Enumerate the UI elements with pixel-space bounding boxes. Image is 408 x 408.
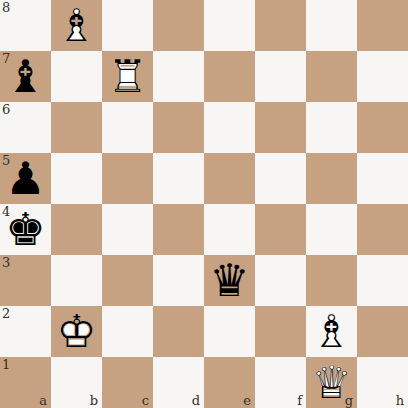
square-h8[interactable] (357, 0, 408, 51)
piece-white-king-b2[interactable]: ♚♔ (51, 306, 102, 357)
rank-label-1: 1 (2, 357, 10, 373)
square-b2[interactable]: ♚♔ (51, 306, 102, 357)
square-f2[interactable] (255, 306, 306, 357)
square-c8[interactable] (102, 0, 153, 51)
square-g6[interactable] (306, 102, 357, 153)
white-bishop-outline-icon: ♗ (51, 0, 102, 51)
square-d8[interactable] (153, 0, 204, 51)
square-g1[interactable]: g♛♕ (306, 357, 357, 408)
white-bishop-outline-icon: ♗ (306, 306, 357, 357)
file-label-e: e (243, 393, 251, 408)
square-h7[interactable] (357, 51, 408, 102)
square-b4[interactable] (51, 204, 102, 255)
square-c2[interactable] (102, 306, 153, 357)
square-a5[interactable]: 5♟ (0, 153, 51, 204)
square-g5[interactable] (306, 153, 357, 204)
black-queen-icon: ♛ (204, 255, 255, 306)
square-h2[interactable] (357, 306, 408, 357)
rank-label-5: 5 (2, 153, 10, 169)
square-f7[interactable] (255, 51, 306, 102)
square-e2[interactable] (204, 306, 255, 357)
square-h1[interactable]: h (357, 357, 408, 408)
piece-white-bishop-b8[interactable]: ♝♗ (51, 0, 102, 51)
square-f3[interactable] (255, 255, 306, 306)
file-label-f: f (297, 393, 302, 408)
square-a7[interactable]: 7♝ (0, 51, 51, 102)
square-e3[interactable]: ♛ (204, 255, 255, 306)
square-b8[interactable]: ♝♗ (51, 0, 102, 51)
rank-label-7: 7 (2, 51, 10, 67)
square-b7[interactable] (51, 51, 102, 102)
square-a1[interactable]: 1a (0, 357, 51, 408)
white-rook-outline-icon: ♖ (102, 51, 153, 102)
rank-label-6: 6 (2, 102, 10, 118)
white-king-outline-icon: ♔ (51, 306, 102, 357)
square-c1[interactable]: c (102, 357, 153, 408)
square-c6[interactable] (102, 102, 153, 153)
file-label-c: c (142, 393, 149, 408)
rank-label-3: 3 (2, 255, 10, 271)
piece-white-rook-c7[interactable]: ♜♖ (102, 51, 153, 102)
square-f1[interactable]: f (255, 357, 306, 408)
file-label-b: b (90, 393, 98, 408)
square-h3[interactable] (357, 255, 408, 306)
square-d7[interactable] (153, 51, 204, 102)
square-f8[interactable] (255, 0, 306, 51)
square-e6[interactable] (204, 102, 255, 153)
square-b5[interactable] (51, 153, 102, 204)
square-a8[interactable]: 8 (0, 0, 51, 51)
square-f4[interactable] (255, 204, 306, 255)
square-d1[interactable]: d (153, 357, 204, 408)
square-e7[interactable] (204, 51, 255, 102)
file-label-h: h (396, 393, 404, 408)
file-label-g: g (345, 393, 353, 408)
square-h5[interactable] (357, 153, 408, 204)
square-e1[interactable]: e (204, 357, 255, 408)
rank-label-8: 8 (2, 0, 10, 16)
square-c4[interactable] (102, 204, 153, 255)
square-g2[interactable]: ♝♗ (306, 306, 357, 357)
square-a4[interactable]: 4♚ (0, 204, 51, 255)
square-a2[interactable]: 2 (0, 306, 51, 357)
square-b1[interactable]: b (51, 357, 102, 408)
square-h4[interactable] (357, 204, 408, 255)
square-e8[interactable] (204, 0, 255, 51)
square-d3[interactable] (153, 255, 204, 306)
square-f5[interactable] (255, 153, 306, 204)
square-g7[interactable] (306, 51, 357, 102)
white-king-icon: ♚ (51, 306, 102, 357)
square-b3[interactable] (51, 255, 102, 306)
piece-black-queen-e3[interactable]: ♛ (204, 255, 255, 306)
square-g8[interactable] (306, 0, 357, 51)
square-d2[interactable] (153, 306, 204, 357)
square-a6[interactable]: 6 (0, 102, 51, 153)
square-f6[interactable] (255, 102, 306, 153)
square-c3[interactable] (102, 255, 153, 306)
file-label-d: d (192, 393, 200, 408)
white-rook-icon: ♜ (102, 51, 153, 102)
rank-label-4: 4 (2, 204, 10, 220)
square-d6[interactable] (153, 102, 204, 153)
square-c5[interactable] (102, 153, 153, 204)
white-bishop-icon: ♝ (306, 306, 357, 357)
square-d4[interactable] (153, 204, 204, 255)
rank-label-2: 2 (2, 306, 10, 322)
piece-white-bishop-g2[interactable]: ♝♗ (306, 306, 357, 357)
square-d5[interactable] (153, 153, 204, 204)
square-a3[interactable]: 3 (0, 255, 51, 306)
square-c7[interactable]: ♜♖ (102, 51, 153, 102)
file-label-a: a (39, 393, 47, 408)
square-e5[interactable] (204, 153, 255, 204)
square-g4[interactable] (306, 204, 357, 255)
square-e4[interactable] (204, 204, 255, 255)
square-h6[interactable] (357, 102, 408, 153)
white-bishop-icon: ♝ (51, 0, 102, 51)
square-b6[interactable] (51, 102, 102, 153)
chess-board: 8♝♗7♝♜♖65♟4♚3♛2♚♔♝♗1abcdefg♛♕h (0, 0, 408, 408)
square-g3[interactable] (306, 255, 357, 306)
